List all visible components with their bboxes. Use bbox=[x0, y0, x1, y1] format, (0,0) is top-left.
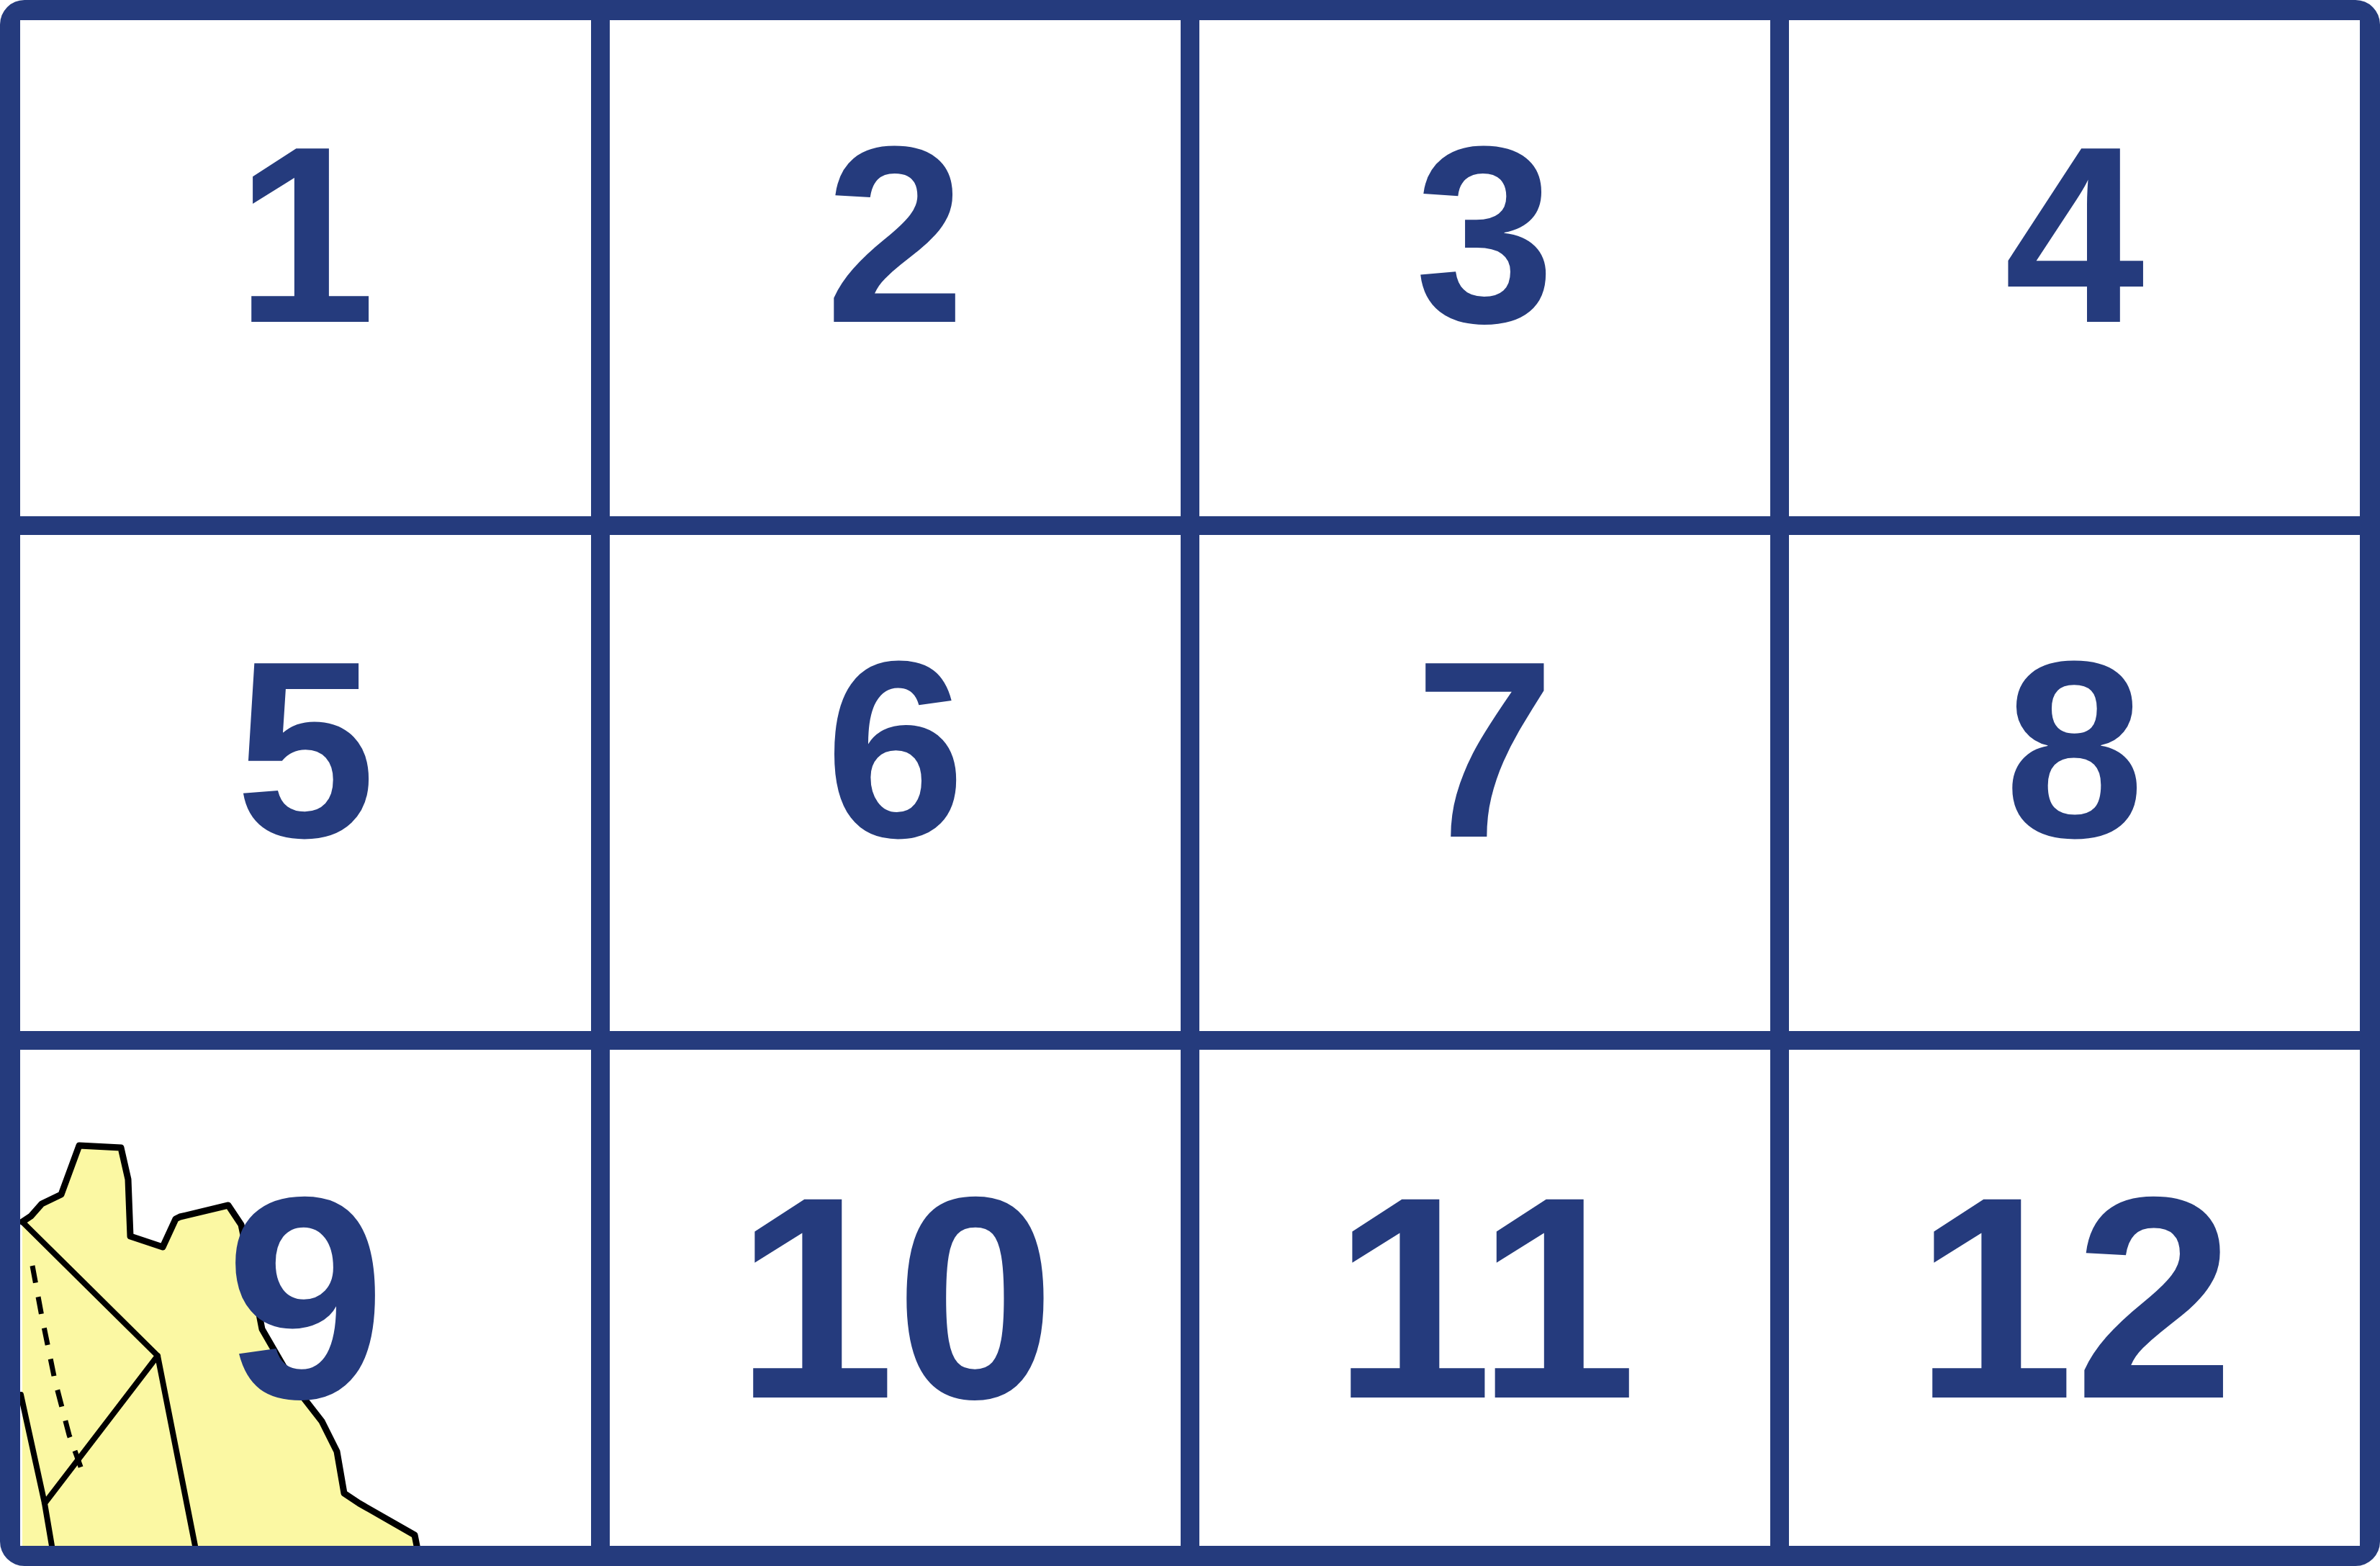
cell-4-label: 4 bbox=[2004, 109, 2145, 361]
cell-8[interactable]: 8 bbox=[1789, 535, 2360, 1031]
cell-3[interactable]: 3 bbox=[1199, 20, 1770, 516]
cell-4[interactable]: 4 bbox=[1789, 20, 2360, 516]
cell-7[interactable]: 7 bbox=[1199, 535, 1770, 1031]
cell-2-label: 2 bbox=[825, 109, 965, 361]
cell-1[interactable]: 1 bbox=[20, 20, 591, 516]
cell-10-label: 10 bbox=[735, 1154, 1055, 1442]
cell-11-label: 11 bbox=[1333, 1154, 1637, 1442]
cell-6-label: 6 bbox=[825, 624, 965, 876]
cell-12-label: 12 bbox=[1914, 1154, 2235, 1442]
cell-11[interactable]: 11 bbox=[1199, 1050, 1770, 1546]
cell-2[interactable]: 2 bbox=[610, 20, 1181, 516]
cell-1-label: 1 bbox=[235, 109, 376, 361]
cell-5-label: 5 bbox=[235, 624, 376, 876]
cell-6[interactable]: 6 bbox=[610, 535, 1181, 1031]
quiz-grid-board: 1 2 3 4 5 6 7 8 9 10 11 12 bbox=[0, 0, 2380, 1566]
cell-5[interactable]: 5 bbox=[20, 535, 591, 1031]
cell-12[interactable]: 12 bbox=[1789, 1050, 2360, 1546]
cell-9[interactable]: 9 bbox=[20, 1050, 591, 1546]
cell-8-label: 8 bbox=[2004, 624, 2145, 876]
cell-9-label: 9 bbox=[225, 1154, 385, 1442]
cell-10[interactable]: 10 bbox=[610, 1050, 1181, 1546]
cell-3-label: 3 bbox=[1415, 109, 1555, 361]
cell-7-label: 7 bbox=[1415, 624, 1555, 876]
